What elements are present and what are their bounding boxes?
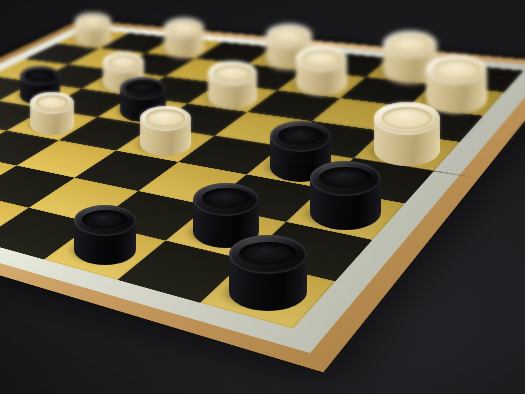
checkers-board bbox=[0, 29, 523, 329]
photo-scene bbox=[0, 0, 525, 394]
